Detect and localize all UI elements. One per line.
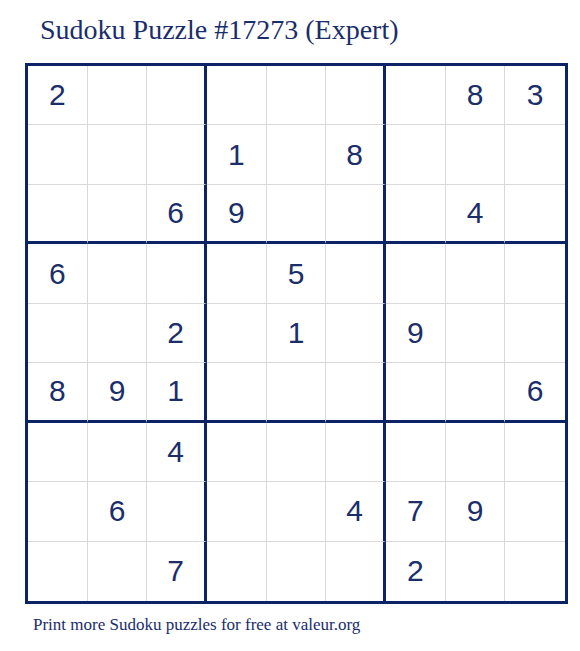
cell-r5c9 [505,304,565,363]
cell-r1c1: 2 [28,66,88,125]
cell-r2c7 [386,125,446,184]
cell-r2c2 [88,125,148,184]
cell-r9c2 [88,542,148,601]
cell-r7c9 [505,423,565,482]
cell-r1c6 [326,66,386,125]
cell-r7c4 [207,423,267,482]
cell-r2c9 [505,125,565,184]
cell-r3c8: 4 [446,185,506,244]
cell-r4c1: 6 [28,244,88,303]
cell-r1c8: 8 [446,66,506,125]
cell-r8c1 [28,482,88,541]
cell-r3c9 [505,185,565,244]
cell-r2c1 [28,125,88,184]
cell-r1c7 [386,66,446,125]
cell-r6c7 [386,363,446,422]
cell-r7c3: 4 [147,423,207,482]
cell-r9c3: 7 [147,542,207,601]
cell-r7c5 [267,423,327,482]
footer-text: Print more Sudoku puzzles for free at va… [33,615,360,635]
cell-r7c2 [88,423,148,482]
cell-r4c8 [446,244,506,303]
sudoku-board: 283186946521989164647972 [25,63,568,604]
cell-r3c7 [386,185,446,244]
cell-r8c3 [147,482,207,541]
cell-r9c9 [505,542,565,601]
cell-r2c6: 8 [326,125,386,184]
cell-r6c2: 9 [88,363,148,422]
cell-r2c5 [267,125,327,184]
cell-r5c6 [326,304,386,363]
cell-r8c7: 7 [386,482,446,541]
cell-r5c5: 1 [267,304,327,363]
cell-r1c3 [147,66,207,125]
cell-r3c5 [267,185,327,244]
cell-r2c8 [446,125,506,184]
cell-r6c9: 6 [505,363,565,422]
cell-r4c3 [147,244,207,303]
cell-r6c1: 8 [28,363,88,422]
cell-r7c6 [326,423,386,482]
cell-r4c2 [88,244,148,303]
cell-r3c3: 6 [147,185,207,244]
cell-r5c7: 9 [386,304,446,363]
cell-r3c4: 9 [207,185,267,244]
cell-r9c8 [446,542,506,601]
cell-r8c8: 9 [446,482,506,541]
cell-r8c6: 4 [326,482,386,541]
cell-r1c4 [207,66,267,125]
cell-r6c4 [207,363,267,422]
cell-r8c2: 6 [88,482,148,541]
sudoku-page: Sudoku Puzzle #17273 (Expert) 2831869465… [0,0,580,651]
cell-r3c6 [326,185,386,244]
cell-r9c6 [326,542,386,601]
cell-r9c7: 2 [386,542,446,601]
cell-r2c3 [147,125,207,184]
cell-r9c5 [267,542,327,601]
cell-r4c6 [326,244,386,303]
cell-r5c2 [88,304,148,363]
cell-r9c1 [28,542,88,601]
cell-r4c7 [386,244,446,303]
cell-r1c5 [267,66,327,125]
cell-r6c5 [267,363,327,422]
cell-r6c3: 1 [147,363,207,422]
cell-r7c7 [386,423,446,482]
cell-r8c4 [207,482,267,541]
cell-r4c5: 5 [267,244,327,303]
cell-r3c2 [88,185,148,244]
cell-r8c9 [505,482,565,541]
cell-r5c8 [446,304,506,363]
cell-r6c6 [326,363,386,422]
cell-r5c1 [28,304,88,363]
page-title: Sudoku Puzzle #17273 (Expert) [40,14,399,46]
cell-r7c8 [446,423,506,482]
cell-r5c3: 2 [147,304,207,363]
cell-r3c1 [28,185,88,244]
cell-r8c5 [267,482,327,541]
cell-r5c4 [207,304,267,363]
cell-r4c9 [505,244,565,303]
cell-r1c9: 3 [505,66,565,125]
cell-r1c2 [88,66,148,125]
cell-r2c4: 1 [207,125,267,184]
cell-r9c4 [207,542,267,601]
cell-r6c8 [446,363,506,422]
cell-r7c1 [28,423,88,482]
cell-r4c4 [207,244,267,303]
